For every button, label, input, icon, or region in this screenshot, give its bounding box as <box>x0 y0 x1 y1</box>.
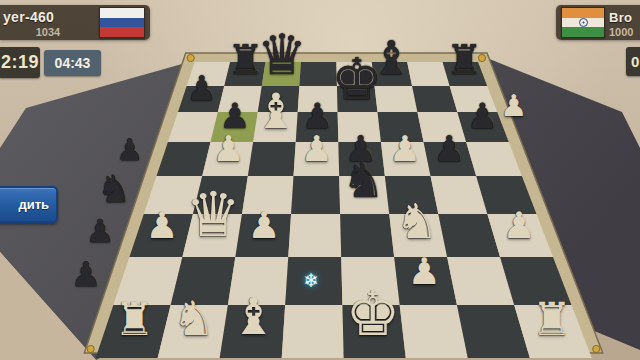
square-d4[interactable] <box>291 176 340 214</box>
black-pawn-h6[interactable]: ♟ <box>461 99 503 134</box>
white-king-e1[interactable]: ♚ <box>336 283 409 344</box>
black-knight-e4[interactable]: ♞ <box>335 157 392 205</box>
captured-black-pawn-left: ♟ <box>81 215 119 247</box>
white-player-name: yer-460 <box>3 9 54 25</box>
black-rook-h8[interactable]: ♜ <box>440 40 489 81</box>
square-f1[interactable] <box>400 305 468 358</box>
brass-knob-icon <box>593 345 600 352</box>
square-c5[interactable] <box>248 142 296 176</box>
flag-stripe <box>100 8 144 18</box>
white-clock-main: 2:19 <box>0 47 40 78</box>
white-knight-b1[interactable]: ♞ <box>165 295 222 343</box>
white-rook-a1[interactable]: ♜ <box>107 297 161 342</box>
brass-knob-icon <box>87 345 94 352</box>
white-queen-b3[interactable]: ♛ <box>176 185 250 247</box>
flag-stripe <box>100 18 144 28</box>
white-pawn-h3[interactable]: ♟ <box>497 208 541 245</box>
black-clock: 0 <box>626 47 640 76</box>
flag-stripe <box>100 27 144 37</box>
captured-black-knight-left: ♞ <box>91 170 137 208</box>
india-flag-icon <box>561 7 605 38</box>
action-button[interactable]: дить <box>0 186 58 223</box>
flag-stripe <box>562 27 604 37</box>
white-clock-secondary: 04:43 <box>44 50 101 76</box>
square-e3[interactable] <box>340 214 394 257</box>
white-pawn-c3[interactable]: ♟ <box>242 208 286 245</box>
captured-black-pawn-left: ♟ <box>112 135 148 165</box>
game-screen: ♜♞♝♚♜♟♟♛♟♞♟♟♟♟♝♞♟♟♟♟♟♟♚♜♛♝♜❄♟♞♟♟♟ yer-46… <box>0 0 640 360</box>
square-d1[interactable] <box>282 305 344 358</box>
black-queen-c8[interactable]: ♛ <box>249 27 316 83</box>
flag-stripe <box>562 8 604 18</box>
black-player-name: Bro <box>609 10 632 25</box>
ashoka-chakra-icon <box>579 18 588 27</box>
player-panel-white: yer-460 1034 <box>0 5 150 40</box>
black-player-rating: 1000 <box>609 26 633 38</box>
white-knight-f3[interactable]: ♞ <box>388 197 446 245</box>
brass-knob-icon <box>187 54 194 61</box>
white-pawn-b5[interactable]: ♟ <box>207 131 250 167</box>
square-g7[interactable] <box>412 86 457 112</box>
player-panel-black: Bro 1000 <box>556 5 640 40</box>
white-rook-h1[interactable]: ♜ <box>525 297 579 342</box>
flag-stripe <box>562 18 604 28</box>
captured-black-pawn-left: ♟ <box>66 257 107 291</box>
white-bishop-c1[interactable]: ♝ <box>223 292 284 343</box>
black-pawn-g5[interactable]: ♟ <box>428 131 471 167</box>
white-pawn-d5[interactable]: ♟ <box>295 131 338 167</box>
square-d2[interactable] <box>285 257 342 305</box>
russia-flag-icon <box>99 7 145 38</box>
square-d3[interactable] <box>288 214 341 257</box>
white-player-rating: 1034 <box>3 26 93 38</box>
